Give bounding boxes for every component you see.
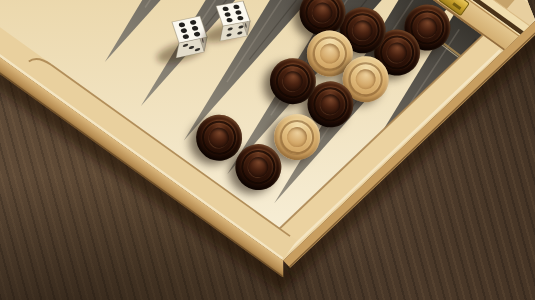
left-die[interactable] — [154, 16, 207, 68]
dice-layer — [0, 0, 535, 300]
table-surface — [0, 0, 535, 300]
right-die[interactable] — [201, 1, 252, 46]
